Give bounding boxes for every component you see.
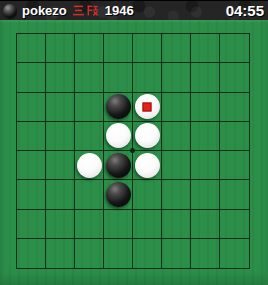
cell-e6[interactable] <box>133 180 162 209</box>
white-disc <box>135 153 160 178</box>
player-rating: 1946 <box>105 1 134 21</box>
cell-f3[interactable] <box>162 93 191 122</box>
cell-d7[interactable] <box>104 210 133 239</box>
white-disc <box>135 123 160 148</box>
cell-b2[interactable] <box>46 63 75 92</box>
cell-c2[interactable] <box>75 63 104 92</box>
black-disc <box>106 94 131 119</box>
player-name: pokezo <box>22 1 67 21</box>
cell-f2[interactable] <box>162 63 191 92</box>
cell-c3[interactable] <box>75 93 104 122</box>
cell-b5[interactable] <box>46 151 75 180</box>
cell-h6[interactable] <box>220 180 249 209</box>
white-disc <box>77 153 102 178</box>
cell-b3[interactable] <box>46 93 75 122</box>
cell-f4[interactable] <box>162 122 191 151</box>
cell-a4[interactable] <box>17 122 46 151</box>
cell-g4[interactable] <box>191 122 220 151</box>
cell-c6[interactable] <box>75 180 104 209</box>
cell-a7[interactable] <box>17 210 46 239</box>
cell-b6[interactable] <box>46 180 75 209</box>
cell-e7[interactable] <box>133 210 162 239</box>
cell-e4[interactable] <box>133 122 162 151</box>
cell-h5[interactable] <box>220 151 249 180</box>
cell-f8[interactable] <box>162 239 191 268</box>
cell-e1[interactable] <box>133 34 162 63</box>
rank-kanji-dan-icon <box>86 4 99 17</box>
white-disc <box>106 123 131 148</box>
cell-f7[interactable] <box>162 210 191 239</box>
cell-d2[interactable] <box>104 63 133 92</box>
cell-e2[interactable] <box>133 63 162 92</box>
cell-g1[interactable] <box>191 34 220 63</box>
cell-f6[interactable] <box>162 180 191 209</box>
cell-b7[interactable] <box>46 210 75 239</box>
cell-b1[interactable] <box>46 34 75 63</box>
cell-a2[interactable] <box>17 63 46 92</box>
cell-a3[interactable] <box>17 93 46 122</box>
cell-e8[interactable] <box>133 239 162 268</box>
rank-kanji-san-icon <box>72 4 85 17</box>
game-timer: 04:55 <box>226 1 264 21</box>
cell-g2[interactable] <box>191 63 220 92</box>
cell-d4[interactable] <box>104 122 133 151</box>
cell-e3[interactable] <box>133 93 162 122</box>
cell-h1[interactable] <box>220 34 249 63</box>
cell-d8[interactable] <box>104 239 133 268</box>
cell-b4[interactable] <box>46 122 75 151</box>
cell-d5[interactable] <box>104 151 133 180</box>
cell-g3[interactable] <box>191 93 220 122</box>
last-move-marker <box>143 102 152 111</box>
player-avatar-black-disc-icon <box>3 4 17 18</box>
cell-h7[interactable] <box>220 210 249 239</box>
cell-g8[interactable] <box>191 239 220 268</box>
cell-g7[interactable] <box>191 210 220 239</box>
cell-e5[interactable] <box>133 151 162 180</box>
othello-game-screen: pokezo <box>0 0 268 285</box>
cell-f1[interactable] <box>162 34 191 63</box>
cell-h3[interactable] <box>220 93 249 122</box>
cell-a5[interactable] <box>17 151 46 180</box>
cell-h8[interactable] <box>220 239 249 268</box>
cell-f5[interactable] <box>162 151 191 180</box>
cell-c7[interactable] <box>75 210 104 239</box>
cell-h2[interactable] <box>220 63 249 92</box>
cell-a8[interactable] <box>17 239 46 268</box>
cell-d6[interactable] <box>104 180 133 209</box>
cell-g6[interactable] <box>191 180 220 209</box>
cell-d1[interactable] <box>104 34 133 63</box>
player-rank: 三段 <box>72 4 100 17</box>
center-star-point <box>130 148 135 153</box>
cell-g5[interactable] <box>191 151 220 180</box>
cell-d3[interactable] <box>104 93 133 122</box>
cell-h4[interactable] <box>220 122 249 151</box>
black-disc <box>106 182 131 207</box>
cell-c4[interactable] <box>75 122 104 151</box>
cell-c5[interactable] <box>75 151 104 180</box>
cell-a1[interactable] <box>17 34 46 63</box>
white-disc <box>135 94 160 119</box>
cell-a6[interactable] <box>17 180 46 209</box>
cell-c8[interactable] <box>75 239 104 268</box>
player-bar: pokezo <box>0 0 268 20</box>
othello-board <box>0 20 268 285</box>
black-disc <box>106 153 131 178</box>
cell-b8[interactable] <box>46 239 75 268</box>
cell-c1[interactable] <box>75 34 104 63</box>
